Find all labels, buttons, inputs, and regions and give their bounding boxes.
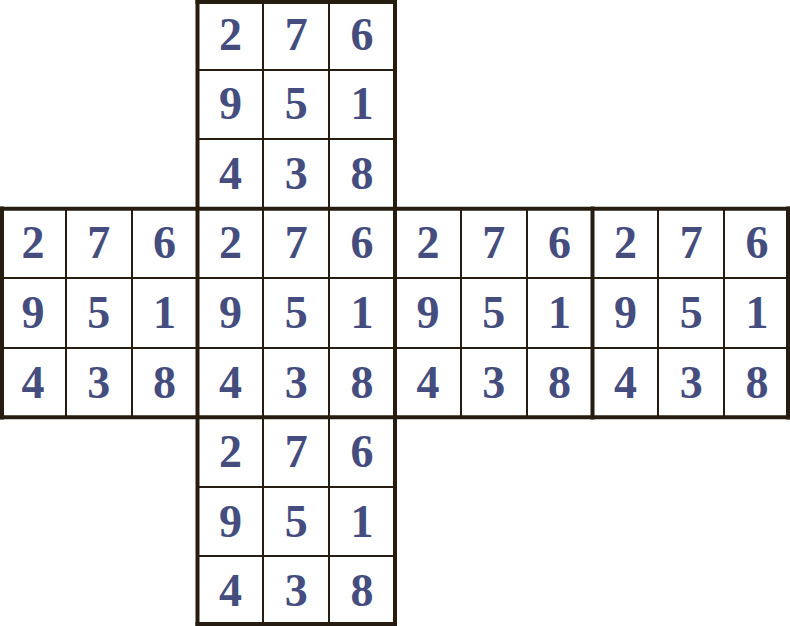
empty-r1c6 (395, 70, 461, 140)
empty-r8c8 (527, 556, 593, 626)
empty-r6c1 (66, 417, 132, 487)
cell-r4c1: 5 (66, 278, 132, 348)
cell-r8c4: 3 (263, 556, 329, 626)
cell-r5c11: 8 (724, 348, 790, 418)
cell-r1c5: 1 (329, 70, 395, 140)
cell-r3c8: 6 (527, 209, 593, 279)
cross-board: 2769514382762762762769519519519514384384… (0, 0, 790, 626)
cell-r3c3: 2 (198, 209, 264, 279)
cell-r1c3: 9 (198, 70, 264, 140)
empty-r8c9 (593, 556, 659, 626)
empty-r6c6 (395, 417, 461, 487)
cell-r8c5: 8 (329, 556, 395, 626)
cell-r6c5: 6 (329, 417, 395, 487)
empty-r6c11 (724, 417, 790, 487)
cell-r5c4: 3 (263, 348, 329, 418)
empty-r7c2 (132, 487, 198, 557)
empty-r8c11 (724, 556, 790, 626)
empty-r1c2 (132, 70, 198, 140)
cell-r2c4: 3 (263, 139, 329, 209)
empty-r2c1 (66, 139, 132, 209)
empty-r7c10 (658, 487, 724, 557)
cell-r5c5: 8 (329, 348, 395, 418)
cell-r4c4: 5 (263, 278, 329, 348)
empty-r8c0 (0, 556, 66, 626)
empty-r8c7 (461, 556, 527, 626)
cell-r5c6: 4 (395, 348, 461, 418)
empty-r7c6 (395, 487, 461, 557)
cell-r6c3: 2 (198, 417, 264, 487)
empty-r1c1 (66, 70, 132, 140)
empty-r6c7 (461, 417, 527, 487)
empty-r6c2 (132, 417, 198, 487)
cell-r2c3: 4 (198, 139, 264, 209)
empty-r2c7 (461, 139, 527, 209)
cell-r3c7: 7 (461, 209, 527, 279)
cell-r4c5: 1 (329, 278, 395, 348)
cell-r3c10: 7 (658, 209, 724, 279)
empty-r8c6 (395, 556, 461, 626)
empty-r2c11 (724, 139, 790, 209)
empty-r0c10 (658, 0, 724, 70)
empty-r7c1 (66, 487, 132, 557)
empty-r2c2 (132, 139, 198, 209)
cell-r5c7: 3 (461, 348, 527, 418)
empty-r1c9 (593, 70, 659, 140)
cell-r4c6: 9 (395, 278, 461, 348)
empty-r6c9 (593, 417, 659, 487)
empty-r7c8 (527, 487, 593, 557)
cell-r5c3: 4 (198, 348, 264, 418)
cell-r7c4: 5 (263, 487, 329, 557)
cell-r7c3: 9 (198, 487, 264, 557)
cell-r3c6: 2 (395, 209, 461, 279)
empty-r0c9 (593, 0, 659, 70)
cell-r4c10: 5 (658, 278, 724, 348)
empty-r0c11 (724, 0, 790, 70)
cell-r3c2: 6 (132, 209, 198, 279)
cell-r5c1: 3 (66, 348, 132, 418)
empty-r1c0 (0, 70, 66, 140)
empty-r1c11 (724, 70, 790, 140)
cell-r4c0: 9 (0, 278, 66, 348)
empty-r8c2 (132, 556, 198, 626)
cell-r3c4: 7 (263, 209, 329, 279)
empty-r0c1 (66, 0, 132, 70)
empty-r0c7 (461, 0, 527, 70)
empty-r0c8 (527, 0, 593, 70)
cell-r0c5: 6 (329, 0, 395, 70)
empty-r7c9 (593, 487, 659, 557)
cell-r5c0: 4 (0, 348, 66, 418)
cell-r2c5: 8 (329, 139, 395, 209)
empty-r6c8 (527, 417, 593, 487)
cell-r1c4: 5 (263, 70, 329, 140)
cell-r4c11: 1 (724, 278, 790, 348)
cell-r5c2: 8 (132, 348, 198, 418)
cell-r0c3: 2 (198, 0, 264, 70)
cell-r3c1: 7 (66, 209, 132, 279)
cell-r4c9: 9 (593, 278, 659, 348)
cell-r4c2: 1 (132, 278, 198, 348)
empty-r0c6 (395, 0, 461, 70)
cell-r6c4: 7 (263, 417, 329, 487)
empty-r8c1 (66, 556, 132, 626)
empty-r7c7 (461, 487, 527, 557)
cell-r4c7: 5 (461, 278, 527, 348)
cell-r3c11: 6 (724, 209, 790, 279)
empty-r2c8 (527, 139, 593, 209)
cell-r5c10: 3 (658, 348, 724, 418)
empty-r1c7 (461, 70, 527, 140)
cell-r3c0: 2 (0, 209, 66, 279)
empty-r2c10 (658, 139, 724, 209)
cell-r5c9: 4 (593, 348, 659, 418)
empty-r7c0 (0, 487, 66, 557)
cell-r5c8: 8 (527, 348, 593, 418)
empty-r2c0 (0, 139, 66, 209)
cell-r0c4: 7 (263, 0, 329, 70)
cell-grid: 2769514382762762762769519519519514384384… (0, 0, 790, 626)
empty-r0c2 (132, 0, 198, 70)
cell-r8c3: 4 (198, 556, 264, 626)
empty-r1c8 (527, 70, 593, 140)
empty-r6c0 (0, 417, 66, 487)
cell-r7c5: 1 (329, 487, 395, 557)
empty-r6c10 (658, 417, 724, 487)
empty-r2c6 (395, 139, 461, 209)
cell-r3c5: 6 (329, 209, 395, 279)
empty-r7c11 (724, 487, 790, 557)
empty-r1c10 (658, 70, 724, 140)
cell-r3c9: 2 (593, 209, 659, 279)
empty-r2c9 (593, 139, 659, 209)
empty-r8c10 (658, 556, 724, 626)
empty-r0c0 (0, 0, 66, 70)
cell-r4c3: 9 (198, 278, 264, 348)
cell-r4c8: 1 (527, 278, 593, 348)
